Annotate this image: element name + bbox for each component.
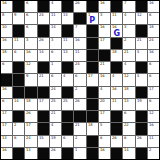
block-cell [62, 62, 73, 73]
block-cell [87, 148, 98, 159]
cell-r7-c6[interactable]: 4 [62, 74, 73, 85]
cell-number: 14 [14, 99, 19, 103]
cell-r10-c9[interactable]: 17 [99, 111, 110, 122]
cell-r1-c13[interactable]: 16 [148, 1, 159, 12]
cell-number: 2 [75, 87, 77, 91]
cell-r12-c3[interactable]: 24 [25, 136, 36, 147]
cell-r5-c3[interactable]: 16 [25, 50, 36, 61]
cell-r12-c13[interactable]: 11 [148, 136, 159, 147]
cell-r5-c5[interactable]: 6 [50, 50, 61, 61]
block-cell [13, 1, 24, 12]
cell-r9-c9[interactable]: 20 [99, 99, 110, 110]
cell-number: 16 [2, 87, 7, 91]
cell-r7-c11[interactable]: 12 [123, 74, 134, 85]
cell-number: 2 [14, 123, 16, 127]
cell-number: 12 [149, 111, 154, 115]
cell-r4-c5[interactable]: 3 [50, 38, 61, 49]
cell-r11-c8[interactable]: 18 [87, 123, 98, 134]
cell-r8-c11[interactable]: 18 [123, 87, 134, 98]
cell-number: 5 [137, 50, 139, 54]
cell-r2-c8[interactable]: 1P [87, 13, 98, 24]
cell-number: 24 [149, 38, 154, 42]
block-cell [38, 25, 49, 36]
cell-r2-c10[interactable]: 11 [111, 13, 122, 24]
cell-r9-c2[interactable]: 14 [13, 99, 24, 110]
given-letter-P: P [87, 16, 98, 24]
cell-number: 21 [100, 62, 105, 66]
cell-r1-c11[interactable]: 7 [123, 1, 134, 12]
cell-r11-c7[interactable]: 21 [74, 123, 85, 134]
cell-r6-c1[interactable]: 6 [1, 62, 12, 73]
cell-number: 21 [137, 38, 142, 42]
cell-r12-c12[interactable]: 26 [136, 136, 147, 147]
cell-r12-c10[interactable]: 26 [111, 136, 122, 147]
cell-r13-c11[interactable]: 14 [123, 148, 134, 159]
cell-number: 16 [149, 50, 154, 54]
block-cell [1, 74, 12, 85]
cell-r3-c11[interactable]: 3 [123, 25, 134, 36]
cell-number: 4 [124, 13, 126, 17]
cell-number: 4 [51, 1, 53, 5]
cell-number: 14 [51, 25, 56, 29]
block-cell [87, 62, 98, 73]
cell-number: 26 [51, 148, 56, 152]
cell-r13-c13[interactable]: 2 [148, 148, 159, 159]
cell-number: 26 [26, 111, 31, 115]
block-cell [62, 123, 73, 134]
cell-r4-c6[interactable]: 11 [62, 38, 73, 49]
block-cell [87, 25, 98, 36]
cell-number: 16 [100, 1, 105, 5]
block-cell [111, 111, 122, 122]
cell-number: 18 [2, 50, 7, 54]
block-cell [136, 123, 147, 134]
cell-r11-c3[interactable]: 17 [25, 123, 36, 134]
cell-number: 11 [51, 13, 56, 17]
cell-number: 18 [26, 99, 31, 103]
cell-number: 9 [26, 74, 28, 78]
cell-number: 21 [39, 74, 44, 78]
cell-number: 20 [100, 99, 105, 103]
cell-number: 6 [14, 50, 16, 54]
cell-r9-c10[interactable]: 11 [111, 99, 122, 110]
cell-r4-c3[interactable]: 3 [25, 38, 36, 49]
cell-r1-c9[interactable]: 16 [99, 1, 110, 12]
cell-r3-c1[interactable]: 10 [1, 25, 12, 36]
cell-number: 16 [2, 38, 7, 42]
cell-number: 13 [63, 13, 68, 17]
cell-r1-c3[interactable]: 6 [25, 1, 36, 12]
block-cell [62, 148, 73, 159]
cell-number: 1 [75, 148, 77, 152]
cell-number: 6 [149, 13, 151, 17]
cell-r2-c9[interactable]: 3 [99, 13, 110, 24]
cell-number: 2 [149, 148, 151, 152]
cell-number: 6 [63, 136, 65, 140]
block-cell [136, 148, 147, 159]
cell-number: 6 [26, 25, 28, 29]
cell-number: 16 [75, 38, 80, 42]
block-cell [87, 99, 98, 110]
cell-number: 19 [137, 99, 142, 103]
cell-r12-c4[interactable]: 15 [38, 136, 49, 147]
cell-r4-c12[interactable]: 21 [136, 38, 147, 49]
cell-number: 6 [2, 62, 4, 66]
cell-r10-c5[interactable]: 21 [50, 111, 61, 122]
block-cell [87, 1, 98, 12]
cell-number: 16 [149, 1, 154, 5]
cell-number: 21 [75, 123, 80, 127]
cell-number: 7 [75, 25, 77, 29]
cell-number: 10 [2, 25, 7, 29]
cell-number: 26 [39, 38, 44, 42]
cell-r7-c10[interactable]: 4 [111, 74, 122, 85]
cell-number: 13 [26, 148, 31, 152]
cell-number: 4 [124, 62, 126, 66]
block-cell [38, 62, 49, 73]
cell-number: 17 [39, 99, 44, 103]
cell-number: 24 [51, 87, 56, 91]
cell-number: 17 [2, 123, 7, 127]
block-cell [87, 38, 98, 49]
cell-r7-c9[interactable]: 16 [99, 74, 110, 85]
cell-r2-c11[interactable]: 4 [123, 13, 134, 24]
cell-r2-c12[interactable]: 12 [136, 13, 147, 24]
cell-r7-c7[interactable]: 6 [74, 74, 85, 85]
cell-r8-c7[interactable]: 2 [74, 87, 85, 98]
cell-r9-c12[interactable]: 19 [136, 99, 147, 110]
block-cell [62, 1, 73, 12]
cell-r8-c13[interactable]: 17 [148, 87, 159, 98]
cell-number: 16 [26, 50, 31, 54]
cell-number: 16 [100, 148, 105, 152]
cell-number: 16 [2, 148, 7, 152]
cell-number: 6 [51, 74, 53, 78]
cell-r12-c1[interactable]: 13 [1, 136, 12, 147]
cell-number: 6 [149, 99, 151, 103]
cell-number: 18 [149, 25, 154, 29]
cell-r11-c5[interactable]: 4 [50, 123, 61, 134]
block-cell [62, 87, 73, 98]
cell-number: 3 [51, 38, 53, 42]
cell-r5-c2[interactable]: 6 [13, 50, 24, 61]
cell-r1-c1[interactable]: 16 [1, 1, 12, 12]
cell-number: 4 [63, 74, 65, 78]
block-cell [136, 62, 147, 73]
cell-number: 24 [75, 62, 80, 66]
cell-r9-c4[interactable]: 17 [38, 99, 49, 110]
block-cell [38, 148, 49, 159]
block-cell [87, 87, 98, 98]
cell-r3-c5[interactable]: 14 [50, 25, 61, 36]
cell-r1-c7[interactable]: 26 [74, 1, 85, 12]
block-cell [13, 111, 24, 122]
cell-number: 5 [137, 74, 139, 78]
block-cell [38, 1, 49, 12]
cell-r10-c1[interactable]: 17 [1, 111, 12, 122]
cell-r7-c5[interactable]: 6 [50, 74, 61, 85]
cell-number: 5 [100, 123, 102, 127]
cell-number: 18 [124, 87, 129, 91]
cell-r3-c3[interactable]: 6 [25, 25, 36, 36]
cell-r5-c1[interactable]: 18 [1, 50, 12, 61]
cell-number: 6 [149, 62, 151, 66]
cell-number: 3 [100, 13, 102, 17]
cell-r8-c5[interactable]: 24 [50, 87, 61, 98]
cell-r4-c9[interactable]: 17 [99, 38, 110, 49]
cell-r10-c11[interactable]: 6 [123, 111, 134, 122]
cell-r8-c9[interactable]: 4 [99, 87, 110, 98]
cell-number: 16 [149, 123, 154, 127]
cell-number: 19 [51, 136, 56, 140]
cell-number: 6 [100, 136, 102, 140]
block-cell [136, 25, 147, 36]
cell-r2-c3[interactable]: 6 [25, 13, 36, 24]
cell-number: 14 [39, 50, 44, 54]
cell-number: 16 [100, 74, 105, 78]
cell-number: 2 [75, 136, 77, 140]
cell-r12-c6[interactable]: 6 [62, 136, 73, 147]
cell-number: 6 [75, 74, 77, 78]
cell-r9-c7[interactable]: 26 [74, 99, 85, 110]
cell-r6-c13[interactable]: 6 [148, 62, 159, 73]
cell-r10-c3[interactable]: 26 [25, 111, 36, 122]
cell-number: 6 [26, 1, 28, 5]
cell-number: 12 [124, 74, 129, 78]
block-cell [136, 1, 147, 12]
cell-number: 6 [149, 74, 151, 78]
cell-number: 4 [100, 87, 102, 91]
cell-r12-c11[interactable]: 6 [123, 136, 134, 147]
cell-r5-c6[interactable]: 13 [62, 50, 73, 61]
block-cell [38, 111, 49, 122]
block-cell [111, 38, 122, 49]
cell-number: 17 [149, 87, 154, 91]
cell-r5-c11[interactable]: 21 [123, 50, 134, 61]
cell-r12-c5[interactable]: 19 [50, 136, 61, 147]
cell-r3-c9[interactable]: 16 [99, 25, 110, 36]
cell-r12-c9[interactable]: 6 [99, 136, 110, 147]
block-cell [87, 50, 98, 61]
cell-r6-c11[interactable]: 4 [123, 62, 134, 73]
cell-number: 13 [2, 136, 7, 140]
cell-r2-c1[interactable]: 8 [1, 13, 12, 24]
cell-number: 11 [149, 136, 154, 140]
cell-number: 17 [88, 74, 93, 78]
cell-number: 6 [124, 136, 126, 140]
cell-number: 3 [124, 25, 126, 29]
cell-r9-c1[interactable]: 6 [1, 99, 12, 110]
cell-number: 26 [75, 1, 80, 5]
cell-r9-c5[interactable]: 25 [50, 99, 61, 110]
cell-number: 6 [14, 136, 16, 140]
cell-number: 17 [26, 123, 31, 127]
cell-number: 11 [112, 99, 117, 103]
cell-number: 7 [124, 1, 126, 5]
cell-r10-c13[interactable]: 12 [148, 111, 159, 122]
cell-number: 4 [51, 123, 53, 127]
cell-number: 25 [51, 99, 56, 103]
cell-r9-c3[interactable]: 18 [25, 99, 36, 110]
cell-r7-c4[interactable]: 21 [38, 74, 49, 85]
block-cell [111, 1, 122, 12]
cell-number: 13 [63, 50, 68, 54]
cell-number: 14 [124, 148, 129, 152]
cell-number: 24 [39, 13, 44, 17]
block-cell [136, 87, 147, 98]
block-cell [38, 87, 49, 98]
cell-r11-c11[interactable]: 22 [123, 123, 134, 134]
cell-number: 26 [75, 99, 80, 103]
cell-r8-c10[interactable]: 16 [111, 87, 122, 98]
cell-number: 8 [2, 13, 4, 17]
cell-r2-c4[interactable]: 24 [38, 13, 49, 24]
cell-number: 21 [124, 50, 129, 54]
cell-number: 1 [51, 62, 53, 66]
cell-r12-c2[interactable]: 6 [13, 136, 24, 147]
codeword-puzzle: 166426167168962411131P31141261061471616G… [0, 0, 160, 160]
cell-number: 21 [51, 111, 56, 115]
cell-r2-c2[interactable]: 9 [13, 13, 24, 24]
cell-r2-c13[interactable]: 6 [148, 13, 159, 24]
block-cell [111, 62, 122, 73]
cell-number: 26 [112, 136, 117, 140]
cell-r4-c1[interactable]: 16 [1, 38, 12, 49]
cell-r5-c10[interactable]: 18 [111, 50, 122, 61]
cell-r11-c2[interactable]: 2 [13, 123, 24, 134]
cell-r11-c9[interactable]: 5 [99, 123, 110, 134]
cell-number: 16 [100, 25, 105, 29]
cell-number: 12 [137, 13, 142, 17]
cell-number: 13 [124, 99, 129, 103]
cell-r4-c7[interactable]: 16 [74, 38, 85, 49]
cell-number: 3 [26, 38, 28, 42]
cell-number: 6 [26, 13, 28, 17]
codeword-grid: 166426167168962411131P31141261061471616G… [0, 0, 160, 160]
cell-number: 2 [124, 38, 126, 42]
cell-r7-c8[interactable]: 17 [87, 74, 98, 85]
cell-number: 26 [137, 136, 142, 140]
cell-number: 11 [112, 13, 117, 17]
cell-r12-c7[interactable]: 2 [74, 136, 85, 147]
cell-number: 18 [88, 123, 93, 127]
cell-r4-c13[interactable]: 24 [148, 38, 159, 49]
cell-number: 4 [112, 74, 114, 78]
cell-r3-c10[interactable]: 16G [111, 25, 122, 36]
cell-r5-c4[interactable]: 14 [38, 50, 49, 61]
cell-r7-c13[interactable]: 6 [148, 74, 159, 85]
block-cell [111, 123, 122, 134]
cell-number: 24 [26, 136, 31, 140]
cell-r4-c2[interactable]: 11 [13, 38, 24, 49]
cell-number: 11 [14, 38, 19, 42]
cell-r13-c5[interactable]: 26 [50, 148, 61, 159]
cell-r7-c12[interactable]: 5 [136, 74, 147, 85]
block-cell [25, 87, 36, 98]
cell-r5-c13[interactable]: 16 [148, 50, 159, 61]
block-cell [62, 111, 73, 122]
cell-number: 22 [124, 123, 129, 127]
cell-r5-c12[interactable]: 5 [136, 50, 147, 61]
cell-r9-c6[interactable]: 25 [62, 99, 73, 110]
cell-number: 16 [112, 87, 117, 91]
cell-number: 17 [100, 38, 105, 42]
given-letter-G: G [111, 29, 122, 37]
cell-number: 9 [14, 13, 16, 17]
cell-r7-c3[interactable]: 9 [25, 74, 36, 85]
cell-number: 6 [124, 111, 126, 115]
block-cell [13, 87, 24, 98]
cell-r3-c13[interactable]: 18 [148, 25, 159, 36]
block-cell [13, 62, 24, 73]
cell-number: 17 [100, 111, 105, 115]
cell-r11-c13[interactable]: 16 [148, 123, 159, 134]
cell-number: 11 [75, 50, 80, 54]
cell-r2-c5[interactable]: 11 [50, 13, 61, 24]
cell-r6-c7[interactable]: 24 [74, 62, 85, 73]
block-cell [74, 111, 85, 122]
block-cell [74, 13, 85, 24]
cell-r4-c4[interactable]: 26 [38, 38, 49, 49]
cell-number: 11 [63, 38, 68, 42]
cell-r6-c5[interactable]: 1 [50, 62, 61, 73]
cell-r9-c11[interactable]: 13 [123, 99, 134, 110]
cell-r5-c7[interactable]: 11 [74, 50, 85, 61]
block-cell [136, 111, 147, 122]
cell-r6-c9[interactable]: 21 [99, 62, 110, 73]
cell-r13-c9[interactable]: 16 [99, 148, 110, 159]
block-cell [99, 50, 110, 61]
cell-r9-c13[interactable]: 6 [148, 99, 159, 110]
cell-number: 17 [2, 111, 7, 115]
cell-r4-c11[interactable]: 2 [123, 38, 134, 49]
cell-r13-c7[interactable]: 1 [74, 148, 85, 159]
cell-r13-c3[interactable]: 13 [25, 148, 36, 159]
cell-r1-c5[interactable]: 4 [50, 1, 61, 12]
block-cell [13, 148, 24, 159]
cell-r3-c7[interactable]: 7 [74, 25, 85, 36]
cell-number: 25 [63, 99, 68, 103]
cell-r2-c6[interactable]: 13 [62, 13, 73, 24]
block-cell [13, 25, 24, 36]
block-cell [38, 123, 49, 134]
block-cell [62, 25, 73, 36]
cell-number: 6 [51, 50, 53, 54]
cell-r13-c1[interactable]: 16 [1, 148, 12, 159]
block-cell [111, 148, 122, 159]
block-cell [87, 136, 98, 147]
cell-number: 12 [26, 62, 31, 66]
cell-number: 18 [112, 50, 117, 54]
cell-number: 6 [2, 99, 4, 103]
cell-number: 15 [39, 136, 44, 140]
cell-r6-c3[interactable]: 12 [25, 62, 36, 73]
cell-r11-c1[interactable]: 17 [1, 123, 12, 134]
cell-number: 16 [2, 1, 7, 5]
block-cell [87, 111, 98, 122]
cell-r8-c1[interactable]: 16 [1, 87, 12, 98]
block-cell [13, 74, 24, 85]
